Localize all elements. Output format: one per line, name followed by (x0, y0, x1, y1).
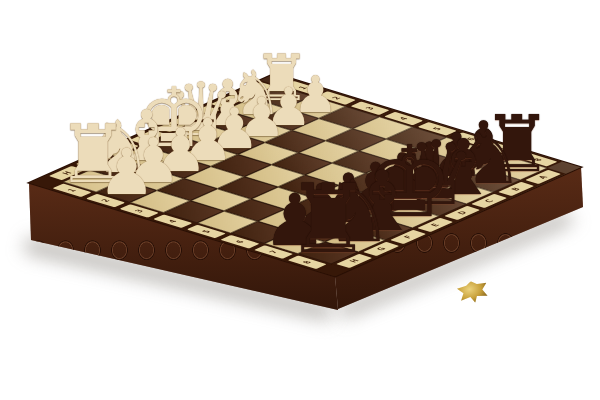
chess-set-photo: ABCDEFGH8877665544332211ABCDEFGH ♜♞♝♛♚♝♞… (0, 0, 600, 400)
pieces-layer: ♜♞♝♛♚♝♞♜♟♟♟♟♟♟♟♟♟♟♟♟♟♟♟♟♜♞♝♛♚♝♞♜ (0, 0, 600, 400)
piece-white-pawn-h2[interactable]: ♟ (98, 142, 155, 206)
piece-black-rook-h8[interactable]: ♜ (285, 172, 370, 267)
